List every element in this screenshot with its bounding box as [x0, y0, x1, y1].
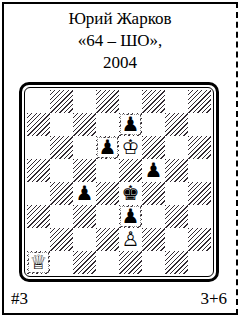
square-e4: ♚	[119, 182, 142, 205]
square-a5	[27, 159, 50, 182]
square-b2	[50, 228, 73, 251]
square-f3	[142, 205, 165, 228]
piece-wp-e2: ♙	[120, 229, 141, 250]
square-g1	[165, 251, 188, 274]
problem-card: Юрий Жарков «64 – ШО», 2004 ♟♟♔♟♟♚♟♙♕ #3…	[2, 2, 238, 315]
piece-glyph-d6: ♟	[99, 137, 117, 157]
square-b3	[50, 205, 73, 228]
square-c1	[73, 251, 96, 274]
material-count-label: 3+6	[200, 289, 227, 309]
piece-wq-a1: ♕	[29, 253, 48, 272]
piece-glyph-f5: ♟	[145, 160, 163, 180]
square-d8	[96, 90, 119, 113]
square-c5	[73, 159, 96, 182]
square-c4: ♟	[73, 182, 96, 205]
square-h5	[188, 159, 211, 182]
piece-glyph-e2: ♙	[122, 229, 140, 249]
square-c3	[73, 205, 96, 228]
square-h1	[188, 251, 211, 274]
square-b4	[50, 182, 73, 205]
square-e1	[119, 251, 142, 274]
square-e5	[119, 159, 142, 182]
square-f4	[142, 182, 165, 205]
piece-bp-f5: ♟	[143, 160, 164, 181]
piece-glyph-a1: ♕	[30, 252, 48, 272]
square-a1: ♕	[27, 251, 50, 274]
stipulation-label: #3	[11, 289, 28, 309]
square-g8	[165, 90, 188, 113]
square-g6	[165, 136, 188, 159]
square-f1	[142, 251, 165, 274]
square-d3	[96, 205, 119, 228]
publication-year: 2004	[4, 52, 236, 74]
square-a4	[27, 182, 50, 205]
square-f5: ♟	[142, 159, 165, 182]
square-g5	[165, 159, 188, 182]
square-b7	[50, 113, 73, 136]
problem-header: Юрий Жарков «64 – ШО», 2004	[4, 4, 236, 74]
square-d1	[96, 251, 119, 274]
square-h2	[188, 228, 211, 251]
source-name: «64 – ШО»,	[4, 30, 236, 52]
piece-glyph-e6: ♔	[122, 137, 140, 157]
square-g2	[165, 228, 188, 251]
piece-bp-e3: ♟	[121, 207, 140, 226]
square-f8	[142, 90, 165, 113]
board-outer-border: ♟♟♔♟♟♚♟♙♕	[19, 82, 219, 282]
square-c7	[73, 113, 96, 136]
square-b5	[50, 159, 73, 182]
square-d2	[96, 228, 119, 251]
piece-bp-c4: ♟	[74, 183, 95, 204]
square-h7	[188, 113, 211, 136]
square-a8	[27, 90, 50, 113]
square-e8	[119, 90, 142, 113]
square-c8	[73, 90, 96, 113]
piece-glyph-c4: ♟	[76, 183, 94, 203]
square-d4	[96, 182, 119, 205]
square-h6	[188, 136, 211, 159]
piece-wk-e6: ♔	[120, 137, 141, 158]
chess-board: ♟♟♔♟♟♚♟♙♕	[27, 90, 211, 274]
piece-glyph-e7: ♟	[122, 114, 140, 134]
square-c2	[73, 228, 96, 251]
square-g4	[165, 182, 188, 205]
square-f6	[142, 136, 165, 159]
square-d6: ♟	[96, 136, 119, 159]
square-a7	[27, 113, 50, 136]
piece-bp-e7: ♟	[121, 115, 140, 134]
square-b6	[50, 136, 73, 159]
square-d7	[96, 113, 119, 136]
square-h4	[188, 182, 211, 205]
square-b1	[50, 251, 73, 274]
square-f7	[142, 113, 165, 136]
square-a2	[27, 228, 50, 251]
square-e3: ♟	[119, 205, 142, 228]
board-wrapper: ♟♟♔♟♟♚♟♙♕	[19, 82, 236, 282]
square-d5	[96, 159, 119, 182]
square-e7: ♟	[119, 113, 142, 136]
problem-footer: #3 3+6	[4, 282, 236, 309]
square-h8	[188, 90, 211, 113]
piece-glyph-e4: ♚	[122, 183, 140, 203]
square-g3	[165, 205, 188, 228]
piece-bp-d6: ♟	[98, 138, 117, 157]
square-h3	[188, 205, 211, 228]
square-c6	[73, 136, 96, 159]
board-inner-border: ♟♟♔♟♟♚♟♙♕	[24, 87, 214, 277]
square-e6: ♔	[119, 136, 142, 159]
piece-bk-e4: ♚	[120, 183, 141, 204]
square-a3	[27, 205, 50, 228]
square-e2: ♙	[119, 228, 142, 251]
square-g7	[165, 113, 188, 136]
square-f2	[142, 228, 165, 251]
author-name: Юрий Жарков	[4, 8, 236, 30]
piece-glyph-e3: ♟	[122, 206, 140, 226]
square-b8	[50, 90, 73, 113]
square-a6	[27, 136, 50, 159]
